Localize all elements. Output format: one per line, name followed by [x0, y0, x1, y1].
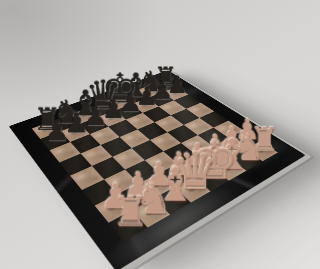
black-pawn-glyph: ♟	[31, 117, 83, 145]
photo-scene: ♜♞♝♛♚♝♞♜♟♟♟♟♟♟♟♟♟♟♟♟♟♟♟♟♜♞♝♛♚♝♞♜	[0, 0, 320, 269]
piece-white-rook-a1: ♜	[117, 217, 140, 233]
piece-black-pawn-a7: ♟	[46, 136, 64, 146]
pieces-layer: ♜♞♝♛♚♝♞♜♟♟♟♟♟♟♟♟♟♟♟♟♟♟♟♟♜♞♝♛♚♝♞♜	[32, 80, 278, 242]
chess-board: ♜♞♝♛♚♝♞♜♟♟♟♟♟♟♟♟♟♟♟♟♟♟♟♟♜♞♝♛♚♝♞♜	[9, 70, 306, 269]
white-rook-glyph: ♜	[97, 191, 165, 233]
